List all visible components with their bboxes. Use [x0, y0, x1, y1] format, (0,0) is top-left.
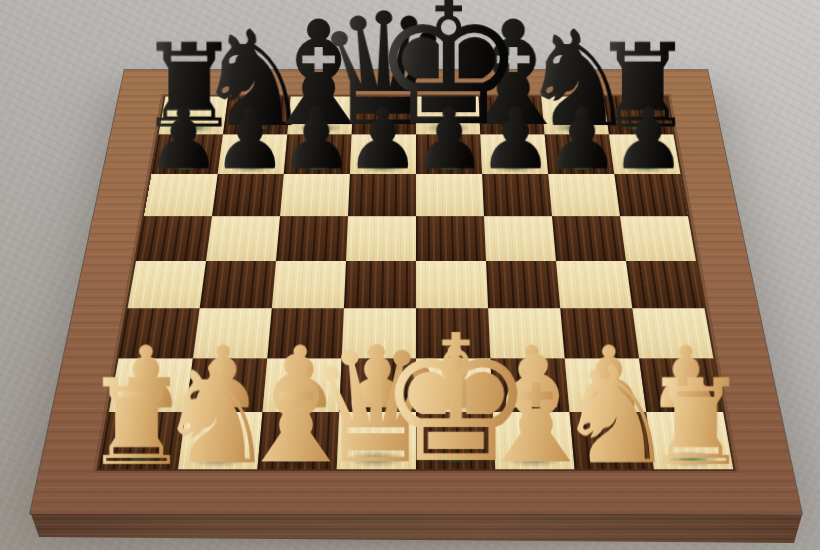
black-pawn[interactable]: ♟: [544, 97, 620, 181]
square-a5[interactable]: [136, 216, 212, 261]
white-king[interactable]: ♚: [378, 312, 535, 487]
square-f5[interactable]: [484, 216, 556, 261]
perspective-scene: ♜♞♝♛♚♝♞♜♟♟♟♟♟♟♟♟♟♟♟♟♟♟♟♟♜♞♝♛♚♝♞♜: [0, 0, 820, 550]
black-pawn[interactable]: ♟: [611, 97, 687, 181]
board-frame: ♜♞♝♛♚♝♞♜♟♟♟♟♟♟♟♟♟♟♟♟♟♟♟♟♜♞♝♛♚♝♞♜: [30, 70, 801, 514]
square-h5[interactable]: [620, 216, 696, 261]
black-pawn[interactable]: ♟: [278, 97, 354, 181]
black-pawn[interactable]: ♟: [411, 97, 487, 181]
chess-board: ♜♞♝♛♚♝♞♜♟♟♟♟♟♟♟♟♟♟♟♟♟♟♟♟♜♞♝♛♚♝♞♜: [30, 70, 801, 514]
square-e5[interactable]: [416, 216, 486, 261]
black-pawn[interactable]: ♟: [212, 97, 288, 181]
square-g7[interactable]: ♟: [545, 134, 615, 174]
square-e7[interactable]: ♟: [416, 134, 482, 174]
square-c5[interactable]: [276, 216, 348, 261]
square-b4[interactable]: [200, 261, 276, 308]
square-h4[interactable]: [626, 261, 704, 308]
square-b7[interactable]: ♟: [218, 134, 288, 174]
square-g5[interactable]: [552, 216, 626, 261]
square-h7[interactable]: ♟: [609, 134, 680, 174]
square-d5[interactable]: [346, 216, 416, 261]
square-a4[interactable]: [128, 261, 206, 308]
square-b5[interactable]: [206, 216, 280, 261]
black-pawn[interactable]: ♟: [146, 97, 222, 181]
black-pawn[interactable]: ♟: [478, 97, 554, 181]
board-grid: ♜♞♝♛♚♝♞♜♟♟♟♟♟♟♟♟♟♟♟♟♟♟♟♟♜♞♝♛♚♝♞♜: [99, 97, 733, 470]
photo-background: ♜♞♝♛♚♝♞♜♟♟♟♟♟♟♟♟♟♟♟♟♟♟♟♟♜♞♝♛♚♝♞♜: [0, 0, 820, 550]
black-pawn[interactable]: ♟: [345, 97, 421, 181]
square-c4[interactable]: [272, 261, 346, 308]
square-e1[interactable]: ♚: [416, 412, 495, 469]
square-f7[interactable]: ♟: [480, 134, 548, 174]
square-g4[interactable]: [556, 261, 632, 308]
square-d7[interactable]: ♟: [350, 134, 416, 174]
square-c7[interactable]: ♟: [284, 134, 352, 174]
